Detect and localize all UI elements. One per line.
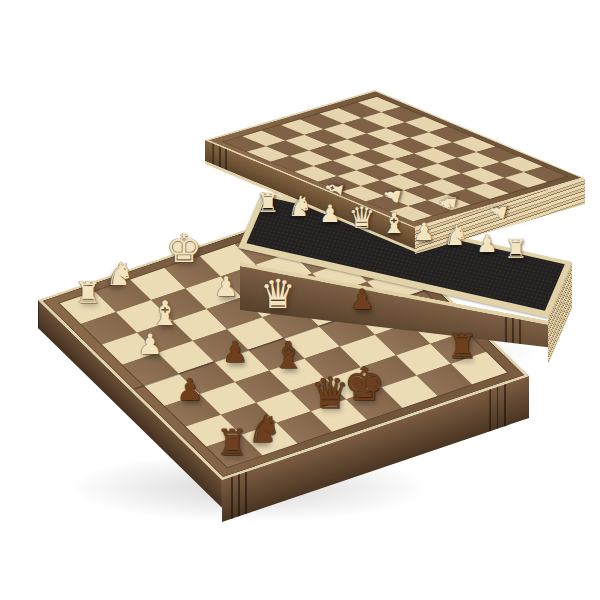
product-photo-scene: ♜♞♚♟♝♟♛♟♟♝♟♜♛♚♞♜♜♞♟♛♝♟♞♟♜♝♟♞♟ xyxy=(0,0,600,600)
